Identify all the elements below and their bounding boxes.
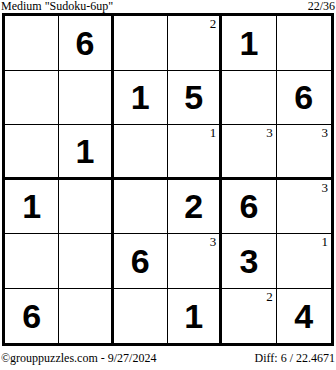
cell-value: 4 <box>294 299 313 333</box>
puzzle-title: Medium "Sudoku-6up" <box>1 0 113 13</box>
cell-r3c4[interactable]: 1 <box>168 125 222 180</box>
cell-r3c3[interactable] <box>114 125 168 180</box>
sudoku-page: Medium "Sudoku-6up" 22/36 62115611331263… <box>0 0 336 370</box>
cell-value: 5 <box>184 80 203 114</box>
cell-r1c3[interactable] <box>114 16 168 71</box>
cell-r5c2[interactable] <box>59 234 113 289</box>
cell-r1c4[interactable]: 2 <box>168 16 222 71</box>
cell-r6c3[interactable] <box>114 289 168 344</box>
cell-r4c5[interactable]: 6 <box>222 180 276 235</box>
corner-hint: 2 <box>210 17 217 30</box>
corner-hint: 3 <box>321 181 328 194</box>
cell-r6c1[interactable]: 6 <box>5 289 59 344</box>
header: Medium "Sudoku-6up" 22/36 <box>1 0 335 13</box>
cell-r2c3[interactable]: 1 <box>114 71 168 126</box>
cell-r4c6[interactable]: 3 <box>277 180 331 235</box>
cell-r5c5[interactable]: 3 <box>222 234 276 289</box>
cell-value: 1 <box>240 26 259 60</box>
cell-value: 6 <box>240 189 259 223</box>
cell-r2c1[interactable] <box>5 71 59 126</box>
cell-r3c2[interactable]: 1 <box>59 125 113 180</box>
cell-value: 1 <box>184 299 203 333</box>
cell-r2c6[interactable]: 6 <box>277 71 331 126</box>
copyright-date: ©grouppuzzles.com - 9/27/2024 <box>1 351 156 365</box>
cell-r5c1[interactable] <box>5 234 59 289</box>
puzzle-counter: 22/36 <box>308 0 335 13</box>
cell-r2c5[interactable] <box>222 71 276 126</box>
corner-hint: 3 <box>321 126 328 139</box>
cell-value: 6 <box>294 80 313 114</box>
corner-hint: 3 <box>210 235 217 248</box>
cell-r3c6[interactable]: 3 <box>277 125 331 180</box>
cell-r4c2[interactable] <box>59 180 113 235</box>
cell-r5c6[interactable]: 1 <box>277 234 331 289</box>
cell-r6c5[interactable]: 2 <box>222 289 276 344</box>
cell-r6c4[interactable]: 1 <box>168 289 222 344</box>
corner-hint: 2 <box>266 290 273 303</box>
cell-r4c3[interactable] <box>114 180 168 235</box>
cell-r1c6[interactable] <box>277 16 331 71</box>
corner-hint: 3 <box>266 126 273 139</box>
cell-value: 6 <box>22 299 41 333</box>
cell-value: 3 <box>240 244 259 278</box>
cell-r3c5[interactable]: 3 <box>222 125 276 180</box>
cell-r3c1[interactable] <box>5 125 59 180</box>
cell-r2c4[interactable]: 5 <box>168 71 222 126</box>
corner-hint: 1 <box>210 126 217 139</box>
cell-value: 6 <box>131 244 150 278</box>
cell-r6c6[interactable]: 4 <box>277 289 331 344</box>
cell-r1c1[interactable] <box>5 16 59 71</box>
sudoku-board: 6211561133126363316124 <box>2 13 334 346</box>
cell-r5c4[interactable]: 3 <box>168 234 222 289</box>
cell-r5c3[interactable]: 6 <box>114 234 168 289</box>
cell-r4c1[interactable]: 1 <box>5 180 59 235</box>
cell-value: 1 <box>131 80 150 114</box>
footer: ©grouppuzzles.com - 9/27/2024 Diff: 6 / … <box>1 351 335 365</box>
cell-value: 1 <box>22 189 41 223</box>
cell-r2c2[interactable] <box>59 71 113 126</box>
cell-r1c5[interactable]: 1 <box>222 16 276 71</box>
cell-r6c2[interactable] <box>59 289 113 344</box>
cell-r1c2[interactable]: 6 <box>59 16 113 71</box>
cell-value: 1 <box>76 134 95 168</box>
cell-r4c4[interactable]: 2 <box>168 180 222 235</box>
corner-hint: 1 <box>321 235 328 248</box>
cell-value: 6 <box>76 26 95 60</box>
difficulty-label: Diff: 6 / 22.4671 <box>255 351 335 365</box>
cell-value: 2 <box>184 189 203 223</box>
